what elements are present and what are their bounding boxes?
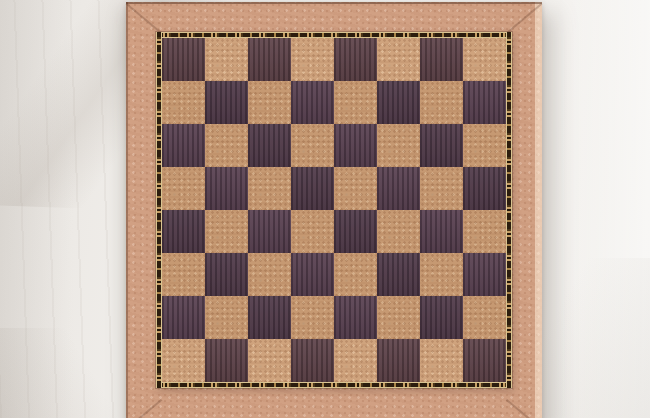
square-f7[interactable] (377, 81, 420, 124)
square-c1[interactable] (248, 339, 291, 382)
square-d6[interactable] (291, 124, 334, 167)
square-a1[interactable] (162, 339, 205, 382)
square-b5[interactable] (205, 167, 248, 210)
square-e4[interactable] (334, 210, 377, 253)
square-g8[interactable] (420, 38, 463, 81)
square-h5[interactable] (463, 167, 506, 210)
square-b7[interactable] (205, 81, 248, 124)
square-h2[interactable] (463, 296, 506, 339)
square-a8[interactable] (162, 38, 205, 81)
square-g1[interactable] (420, 339, 463, 382)
frame-miter-bottom-right (506, 399, 543, 418)
cloth-wrinkle-bottomleft (0, 328, 140, 418)
square-f6[interactable] (377, 124, 420, 167)
square-e2[interactable] (334, 296, 377, 339)
inlay-border-bottom (156, 382, 512, 388)
square-b8[interactable] (205, 38, 248, 81)
square-g6[interactable] (420, 124, 463, 167)
square-a7[interactable] (162, 81, 205, 124)
square-f3[interactable] (377, 253, 420, 296)
square-e5[interactable] (334, 167, 377, 210)
chess-board (126, 2, 542, 418)
square-c8[interactable] (248, 38, 291, 81)
square-d5[interactable] (291, 167, 334, 210)
frame-miter-top-left (126, 3, 163, 34)
chess-board-grid (162, 38, 506, 382)
square-d2[interactable] (291, 296, 334, 339)
square-h6[interactable] (463, 124, 506, 167)
square-b1[interactable] (205, 339, 248, 382)
square-e3[interactable] (334, 253, 377, 296)
square-f4[interactable] (377, 210, 420, 253)
square-c4[interactable] (248, 210, 291, 253)
square-h4[interactable] (463, 210, 506, 253)
square-f2[interactable] (377, 296, 420, 339)
inlay-border-right (506, 32, 512, 388)
square-g5[interactable] (420, 167, 463, 210)
square-h7[interactable] (463, 81, 506, 124)
square-b6[interactable] (205, 124, 248, 167)
square-h8[interactable] (463, 38, 506, 81)
square-h1[interactable] (463, 339, 506, 382)
square-f5[interactable] (377, 167, 420, 210)
square-f1[interactable] (377, 339, 420, 382)
square-a4[interactable] (162, 210, 205, 253)
square-f8[interactable] (377, 38, 420, 81)
square-c7[interactable] (248, 81, 291, 124)
square-g4[interactable] (420, 210, 463, 253)
square-c3[interactable] (248, 253, 291, 296)
square-d4[interactable] (291, 210, 334, 253)
square-b4[interactable] (205, 210, 248, 253)
square-a3[interactable] (162, 253, 205, 296)
square-b2[interactable] (205, 296, 248, 339)
square-g7[interactable] (420, 81, 463, 124)
square-g3[interactable] (420, 253, 463, 296)
square-d1[interactable] (291, 339, 334, 382)
square-d7[interactable] (291, 81, 334, 124)
square-a6[interactable] (162, 124, 205, 167)
cloth-fold-left (0, 0, 118, 418)
playfield (156, 32, 512, 388)
square-d3[interactable] (291, 253, 334, 296)
square-g2[interactable] (420, 296, 463, 339)
square-e7[interactable] (334, 81, 377, 124)
square-e6[interactable] (334, 124, 377, 167)
square-e1[interactable] (334, 339, 377, 382)
square-c6[interactable] (248, 124, 291, 167)
square-c5[interactable] (248, 167, 291, 210)
square-d8[interactable] (291, 38, 334, 81)
square-b3[interactable] (205, 253, 248, 296)
square-h3[interactable] (463, 253, 506, 296)
frame-miter-top-right (506, 3, 543, 34)
frame-miter-bottom-left (126, 399, 163, 418)
square-e8[interactable] (334, 38, 377, 81)
square-c2[interactable] (248, 296, 291, 339)
square-a5[interactable] (162, 167, 205, 210)
square-a2[interactable] (162, 296, 205, 339)
